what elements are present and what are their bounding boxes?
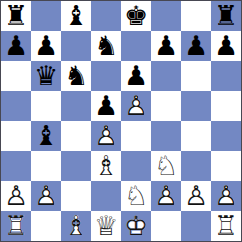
piece-glyph: ♝ — [61, 1, 91, 31]
white-bishop[interactable]: ♝♗ — [61, 211, 91, 241]
square-h4[interactable] — [211, 121, 241, 151]
white-pawn[interactable]: ♟♙ — [121, 91, 151, 121]
square-c1[interactable]: ♝♗ — [61, 211, 91, 241]
square-e3[interactable] — [121, 151, 151, 181]
piece-glyph: ♟ — [181, 31, 211, 61]
piece-outline-glyph: ♙ — [181, 181, 211, 211]
white-pawn[interactable]: ♟♙ — [1, 181, 31, 211]
square-e7[interactable] — [121, 31, 151, 61]
black-bishop[interactable]: ♝ — [31, 121, 61, 151]
black-pawn[interactable]: ♟ — [121, 61, 151, 91]
square-d3[interactable]: ♝♗ — [91, 151, 121, 181]
square-g2[interactable]: ♟♙ — [181, 181, 211, 211]
square-d6[interactable] — [91, 61, 121, 91]
piece-glyph: ♟ — [1, 31, 31, 61]
piece-outline-glyph: ♘ — [121, 181, 151, 211]
square-c6[interactable]: ♞ — [61, 61, 91, 91]
black-pawn[interactable]: ♟ — [31, 31, 61, 61]
square-h8[interactable]: ♜ — [211, 1, 241, 31]
black-knight[interactable]: ♞ — [61, 61, 91, 91]
square-f2[interactable]: ♟♙ — [151, 181, 181, 211]
piece-outline-glyph: ♗ — [61, 211, 91, 241]
square-e1[interactable]: ♚♔ — [121, 211, 151, 241]
square-f7[interactable]: ♟ — [151, 31, 181, 61]
black-king[interactable]: ♚ — [121, 1, 151, 31]
black-pawn[interactable]: ♟ — [1, 31, 31, 61]
piece-outline-glyph: ♙ — [151, 181, 181, 211]
piece-outline-glyph: ♘ — [151, 151, 181, 181]
square-d5[interactable]: ♟ — [91, 91, 121, 121]
white-rook[interactable]: ♜♖ — [211, 211, 241, 241]
square-f5[interactable] — [151, 91, 181, 121]
square-a3[interactable] — [1, 151, 31, 181]
square-a6[interactable] — [1, 61, 31, 91]
square-e2[interactable]: ♞♘ — [121, 181, 151, 211]
piece-glyph: ♞ — [61, 61, 91, 91]
piece-outline-glyph: ♖ — [1, 211, 31, 241]
square-g4[interactable] — [181, 121, 211, 151]
square-a4[interactable] — [1, 121, 31, 151]
square-f1[interactable] — [151, 211, 181, 241]
white-knight[interactable]: ♞♘ — [151, 151, 181, 181]
square-c7[interactable] — [61, 31, 91, 61]
square-d1[interactable]: ♛♕ — [91, 211, 121, 241]
piece-outline-glyph: ♗ — [91, 151, 121, 181]
black-pawn[interactable]: ♟ — [91, 91, 121, 121]
black-knight[interactable]: ♞ — [91, 31, 121, 61]
chess-board: ♜♝♚♜♟♟♞♟♟♟♛♞♟♟♟♙♝♟♙♝♗♞♘♟♙♟♙♞♘♟♙♟♙♟♙♜♖♝♗♛… — [0, 0, 242, 242]
square-b6[interactable]: ♛ — [31, 61, 61, 91]
square-h5[interactable] — [211, 91, 241, 121]
square-h1[interactable]: ♜♖ — [211, 211, 241, 241]
piece-glyph: ♝ — [31, 121, 61, 151]
black-queen[interactable]: ♛ — [31, 61, 61, 91]
black-bishop[interactable]: ♝ — [61, 1, 91, 31]
square-b2[interactable]: ♟♙ — [31, 181, 61, 211]
square-f4[interactable] — [151, 121, 181, 151]
white-king[interactable]: ♚♔ — [121, 211, 151, 241]
square-c8[interactable]: ♝ — [61, 1, 91, 31]
square-a1[interactable]: ♜♖ — [1, 211, 31, 241]
white-pawn[interactable]: ♟♙ — [31, 181, 61, 211]
white-pawn[interactable]: ♟♙ — [151, 181, 181, 211]
piece-glyph: ♛ — [31, 61, 61, 91]
white-pawn[interactable]: ♟♙ — [211, 181, 241, 211]
square-e8[interactable]: ♚ — [121, 1, 151, 31]
piece-outline-glyph: ♖ — [211, 211, 241, 241]
square-f8[interactable] — [151, 1, 181, 31]
square-d4[interactable]: ♟♙ — [91, 121, 121, 151]
piece-outline-glyph: ♙ — [31, 181, 61, 211]
black-pawn[interactable]: ♟ — [181, 31, 211, 61]
square-g6[interactable] — [181, 61, 211, 91]
piece-outline-glyph: ♙ — [121, 91, 151, 121]
square-a2[interactable]: ♟♙ — [1, 181, 31, 211]
piece-glyph: ♚ — [121, 1, 151, 31]
square-h3[interactable] — [211, 151, 241, 181]
square-d2[interactable] — [91, 181, 121, 211]
piece-outline-glyph: ♙ — [1, 181, 31, 211]
black-rook[interactable]: ♜ — [211, 1, 241, 31]
square-f6[interactable] — [151, 61, 181, 91]
square-a7[interactable]: ♟ — [1, 31, 31, 61]
white-queen[interactable]: ♛♕ — [91, 211, 121, 241]
piece-glyph: ♟ — [151, 31, 181, 61]
piece-glyph: ♟ — [91, 91, 121, 121]
black-pawn[interactable]: ♟ — [211, 31, 241, 61]
square-a5[interactable] — [1, 91, 31, 121]
square-g8[interactable] — [181, 1, 211, 31]
piece-outline-glyph: ♔ — [121, 211, 151, 241]
piece-glyph: ♟ — [121, 61, 151, 91]
piece-glyph: ♞ — [91, 31, 121, 61]
square-e4[interactable] — [121, 121, 151, 151]
black-rook[interactable]: ♜ — [1, 1, 31, 31]
piece-glyph: ♟ — [31, 31, 61, 61]
square-e5[interactable]: ♟♙ — [121, 91, 151, 121]
white-pawn[interactable]: ♟♙ — [91, 121, 121, 151]
square-b3[interactable] — [31, 151, 61, 181]
piece-outline-glyph: ♙ — [91, 121, 121, 151]
white-bishop[interactable]: ♝♗ — [91, 151, 121, 181]
square-h7[interactable]: ♟ — [211, 31, 241, 61]
piece-outline-glyph: ♙ — [211, 181, 241, 211]
square-d7[interactable]: ♞ — [91, 31, 121, 61]
black-pawn[interactable]: ♟ — [151, 31, 181, 61]
white-rook[interactable]: ♜♖ — [1, 211, 31, 241]
square-h2[interactable]: ♟♙ — [211, 181, 241, 211]
piece-outline-glyph: ♕ — [91, 211, 121, 241]
piece-glyph: ♟ — [211, 31, 241, 61]
square-h6[interactable] — [211, 61, 241, 91]
square-c3[interactable] — [61, 151, 91, 181]
square-b4[interactable]: ♝ — [31, 121, 61, 151]
square-f3[interactable]: ♞♘ — [151, 151, 181, 181]
square-b7[interactable]: ♟ — [31, 31, 61, 61]
square-b1[interactable] — [31, 211, 61, 241]
square-a8[interactable]: ♜ — [1, 1, 31, 31]
square-e6[interactable]: ♟ — [121, 61, 151, 91]
square-c2[interactable] — [61, 181, 91, 211]
square-c5[interactable] — [61, 91, 91, 121]
square-b5[interactable] — [31, 91, 61, 121]
square-b8[interactable] — [31, 1, 61, 31]
piece-glyph: ♜ — [1, 1, 31, 31]
square-g3[interactable] — [181, 151, 211, 181]
square-c4[interactable] — [61, 121, 91, 151]
square-g7[interactable]: ♟ — [181, 31, 211, 61]
square-d8[interactable] — [91, 1, 121, 31]
white-pawn[interactable]: ♟♙ — [181, 181, 211, 211]
square-g5[interactable] — [181, 91, 211, 121]
piece-glyph: ♜ — [211, 1, 241, 31]
square-g1[interactable] — [181, 211, 211, 241]
white-knight[interactable]: ♞♘ — [121, 181, 151, 211]
